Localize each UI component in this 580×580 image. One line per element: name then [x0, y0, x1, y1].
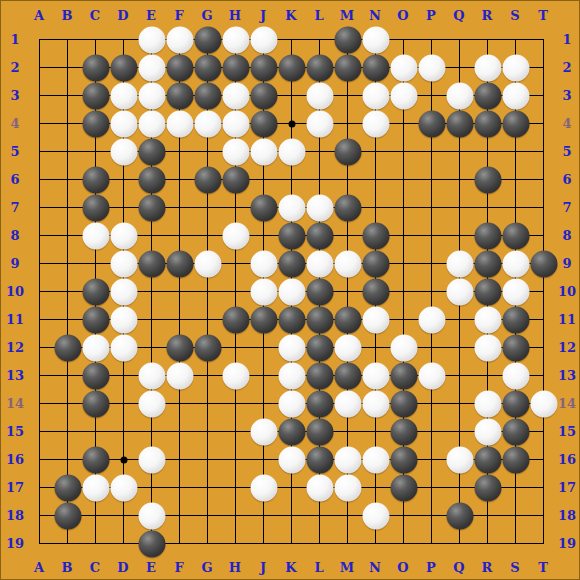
row-label-left: 8 — [10, 228, 19, 243]
black-stone-N8 — [362, 222, 389, 249]
row-label-right: 15 — [558, 424, 576, 439]
black-stone-C10 — [82, 278, 109, 305]
column-label-bottom: G — [201, 560, 212, 575]
black-stone-K15 — [278, 418, 305, 445]
grid-line-vertical — [543, 39, 544, 544]
column-label-bottom: H — [229, 560, 241, 575]
row-label-left: 1 — [10, 32, 19, 47]
column-label-bottom: O — [397, 560, 408, 575]
white-stone-F13 — [166, 362, 193, 389]
black-stone-R16 — [474, 446, 501, 473]
white-stone-D5 — [110, 138, 137, 165]
black-stone-M5 — [334, 138, 361, 165]
white-stone-M14 — [334, 390, 361, 417]
column-label-bottom: D — [117, 560, 128, 575]
white-stone-E4 — [138, 110, 165, 137]
white-stone-P2 — [418, 54, 445, 81]
black-stone-E6 — [138, 166, 165, 193]
row-label-right: 7 — [562, 200, 571, 215]
column-label-top: J — [260, 8, 266, 23]
black-stone-C14 — [82, 390, 109, 417]
column-label-top: N — [369, 8, 381, 23]
black-stone-G1 — [194, 26, 221, 53]
black-stone-F2 — [166, 54, 193, 81]
black-stone-R8 — [474, 222, 501, 249]
black-stone-M2 — [334, 54, 361, 81]
black-stone-C11 — [82, 306, 109, 333]
white-stone-H1 — [222, 26, 249, 53]
white-stone-E18 — [138, 502, 165, 529]
white-stone-N16 — [362, 446, 389, 473]
white-stone-L4 — [306, 110, 333, 137]
black-stone-G3 — [194, 82, 221, 109]
row-label-right: 9 — [562, 256, 571, 271]
row-label-right: 12 — [558, 340, 576, 355]
column-label-bottom: J — [260, 560, 266, 575]
white-stone-K10 — [278, 278, 305, 305]
row-label-right: 8 — [562, 228, 571, 243]
black-stone-G2 — [194, 54, 221, 81]
black-stone-C2 — [82, 54, 109, 81]
white-stone-C17 — [82, 474, 109, 501]
row-label-left: 2 — [10, 60, 19, 75]
row-label-right: 11 — [558, 312, 576, 327]
black-stone-S4 — [502, 110, 529, 137]
white-stone-D4 — [110, 110, 137, 137]
column-label-top: A — [34, 8, 44, 23]
black-stone-Q18 — [446, 502, 473, 529]
black-stone-B17 — [54, 474, 81, 501]
column-label-bottom: K — [285, 560, 296, 575]
white-stone-D3 — [110, 82, 137, 109]
column-label-bottom: C — [90, 560, 100, 575]
black-stone-L13 — [306, 362, 333, 389]
column-label-top: P — [426, 8, 436, 23]
black-stone-D2 — [110, 54, 137, 81]
row-label-left: 14 — [6, 396, 24, 411]
black-stone-J2 — [250, 54, 277, 81]
column-label-top: F — [174, 8, 183, 23]
column-label-bottom: S — [510, 560, 519, 575]
white-stone-M9 — [334, 250, 361, 277]
column-label-top: D — [117, 8, 128, 23]
white-stone-G9 — [194, 250, 221, 277]
row-label-right: 18 — [558, 508, 576, 523]
row-label-left: 15 — [6, 424, 24, 439]
black-stone-B12 — [54, 334, 81, 361]
white-stone-E16 — [138, 446, 165, 473]
column-label-top: G — [201, 8, 212, 23]
white-stone-C12 — [82, 334, 109, 361]
white-stone-G4 — [194, 110, 221, 137]
row-label-left: 5 — [10, 144, 19, 159]
black-stone-J7 — [250, 194, 277, 221]
white-stone-S3 — [502, 82, 529, 109]
row-label-left: 7 — [10, 200, 19, 215]
column-label-top: R — [482, 8, 493, 23]
black-stone-M11 — [334, 306, 361, 333]
go-board[interactable]: ABCDEFGHJKLMNOPQRST ABCDEFGHJKLMNOPQRST … — [0, 0, 580, 580]
white-stone-H3 — [222, 82, 249, 109]
white-stone-N11 — [362, 306, 389, 333]
row-label-left: 16 — [6, 452, 24, 467]
black-stone-L11 — [306, 306, 333, 333]
white-stone-F1 — [166, 26, 193, 53]
row-label-right: 16 — [558, 452, 576, 467]
white-stone-E3 — [138, 82, 165, 109]
black-stone-R9 — [474, 250, 501, 277]
black-stone-R4 — [474, 110, 501, 137]
black-stone-H2 — [222, 54, 249, 81]
black-stone-C3 — [82, 82, 109, 109]
column-label-top: E — [146, 8, 156, 23]
row-label-right: 17 — [558, 480, 576, 495]
column-label-bottom: E — [146, 560, 156, 575]
black-stone-N10 — [362, 278, 389, 305]
white-stone-K5 — [278, 138, 305, 165]
black-stone-C6 — [82, 166, 109, 193]
row-label-right: 13 — [558, 368, 576, 383]
column-label-bottom: B — [62, 560, 73, 575]
column-label-top: Q — [453, 8, 464, 23]
black-stone-K8 — [278, 222, 305, 249]
black-stone-O14 — [390, 390, 417, 417]
white-stone-L3 — [306, 82, 333, 109]
black-stone-K9 — [278, 250, 305, 277]
white-stone-J1 — [250, 26, 277, 53]
white-stone-T14 — [530, 390, 557, 417]
white-stone-N3 — [362, 82, 389, 109]
white-stone-Q10 — [446, 278, 473, 305]
row-label-right: 3 — [562, 88, 571, 103]
white-stone-N4 — [362, 110, 389, 137]
column-label-top: S — [510, 8, 519, 23]
row-label-left: 17 — [6, 480, 24, 495]
black-stone-H6 — [222, 166, 249, 193]
black-stone-C16 — [82, 446, 109, 473]
black-stone-S14 — [502, 390, 529, 417]
row-label-left: 4 — [10, 116, 19, 131]
white-stone-R11 — [474, 306, 501, 333]
black-stone-S15 — [502, 418, 529, 445]
white-stone-R12 — [474, 334, 501, 361]
row-label-left: 13 — [6, 368, 24, 383]
row-label-right: 19 — [558, 536, 576, 551]
black-stone-C7 — [82, 194, 109, 221]
white-stone-J9 — [250, 250, 277, 277]
white-stone-J17 — [250, 474, 277, 501]
white-stone-N14 — [362, 390, 389, 417]
row-label-left: 11 — [6, 312, 24, 327]
white-stone-H4 — [222, 110, 249, 137]
black-stone-O16 — [390, 446, 417, 473]
column-label-bottom: P — [426, 560, 436, 575]
white-stone-P13 — [418, 362, 445, 389]
white-stone-D12 — [110, 334, 137, 361]
black-stone-G12 — [194, 334, 221, 361]
black-stone-L15 — [306, 418, 333, 445]
black-stone-S8 — [502, 222, 529, 249]
hoshi-point — [288, 120, 295, 127]
white-stone-O3 — [390, 82, 417, 109]
column-label-top: T — [538, 8, 548, 23]
white-stone-K13 — [278, 362, 305, 389]
white-stone-Q16 — [446, 446, 473, 473]
column-label-top: H — [229, 8, 241, 23]
white-stone-F4 — [166, 110, 193, 137]
black-stone-E5 — [138, 138, 165, 165]
column-label-top: O — [397, 8, 408, 23]
black-stone-O17 — [390, 474, 417, 501]
white-stone-M12 — [334, 334, 361, 361]
row-label-left: 9 — [10, 256, 19, 271]
black-stone-G6 — [194, 166, 221, 193]
white-stone-J10 — [250, 278, 277, 305]
column-label-top: K — [285, 8, 296, 23]
white-stone-K12 — [278, 334, 305, 361]
column-label-bottom: T — [538, 560, 548, 575]
white-stone-C8 — [82, 222, 109, 249]
white-stone-D10 — [110, 278, 137, 305]
white-stone-E13 — [138, 362, 165, 389]
white-stone-E2 — [138, 54, 165, 81]
black-stone-N9 — [362, 250, 389, 277]
black-stone-R6 — [474, 166, 501, 193]
white-stone-H8 — [222, 222, 249, 249]
black-stone-L8 — [306, 222, 333, 249]
column-label-bottom: Q — [453, 560, 464, 575]
white-stone-L7 — [306, 194, 333, 221]
row-label-right: 4 — [562, 116, 571, 131]
black-stone-K11 — [278, 306, 305, 333]
white-stone-P11 — [418, 306, 445, 333]
row-label-left: 3 — [10, 88, 19, 103]
black-stone-S11 — [502, 306, 529, 333]
white-stone-H13 — [222, 362, 249, 389]
row-label-right: 6 — [562, 172, 571, 187]
white-stone-S2 — [502, 54, 529, 81]
black-stone-N2 — [362, 54, 389, 81]
black-stone-O13 — [390, 362, 417, 389]
white-stone-S13 — [502, 362, 529, 389]
row-label-left: 18 — [6, 508, 24, 523]
black-stone-R3 — [474, 82, 501, 109]
black-stone-F12 — [166, 334, 193, 361]
column-label-top: C — [90, 8, 100, 23]
white-stone-S9 — [502, 250, 529, 277]
black-stone-F3 — [166, 82, 193, 109]
black-stone-E19 — [138, 530, 165, 557]
white-stone-L9 — [306, 250, 333, 277]
row-label-right: 10 — [558, 284, 576, 299]
column-label-bottom: A — [34, 560, 44, 575]
black-stone-M13 — [334, 362, 361, 389]
row-label-left: 10 — [6, 284, 24, 299]
white-stone-J15 — [250, 418, 277, 445]
white-stone-D11 — [110, 306, 137, 333]
white-stone-R2 — [474, 54, 501, 81]
white-stone-R14 — [474, 390, 501, 417]
white-stone-H5 — [222, 138, 249, 165]
white-stone-Q9 — [446, 250, 473, 277]
black-stone-E7 — [138, 194, 165, 221]
white-stone-R15 — [474, 418, 501, 445]
white-stone-K14 — [278, 390, 305, 417]
black-stone-J4 — [250, 110, 277, 137]
column-label-bottom: M — [340, 560, 354, 575]
white-stone-D17 — [110, 474, 137, 501]
black-stone-B18 — [54, 502, 81, 529]
white-stone-Q3 — [446, 82, 473, 109]
black-stone-J11 — [250, 306, 277, 333]
column-label-top: L — [314, 8, 323, 23]
white-stone-N18 — [362, 502, 389, 529]
grid-line-horizontal — [39, 543, 544, 544]
column-label-bottom: F — [174, 560, 183, 575]
column-label-bottom: R — [482, 560, 493, 575]
row-label-left: 19 — [6, 536, 24, 551]
black-stone-S16 — [502, 446, 529, 473]
black-stone-L2 — [306, 54, 333, 81]
row-label-right: 1 — [562, 32, 571, 47]
black-stone-C4 — [82, 110, 109, 137]
row-label-right: 2 — [562, 60, 571, 75]
black-stone-P4 — [418, 110, 445, 137]
black-stone-E9 — [138, 250, 165, 277]
column-label-bottom: N — [369, 560, 381, 575]
black-stone-M7 — [334, 194, 361, 221]
white-stone-E1 — [138, 26, 165, 53]
white-stone-L17 — [306, 474, 333, 501]
black-stone-S12 — [502, 334, 529, 361]
white-stone-J5 — [250, 138, 277, 165]
white-stone-E14 — [138, 390, 165, 417]
black-stone-J3 — [250, 82, 277, 109]
black-stone-L10 — [306, 278, 333, 305]
white-stone-O12 — [390, 334, 417, 361]
white-stone-D9 — [110, 250, 137, 277]
row-label-left: 6 — [10, 172, 19, 187]
white-stone-M16 — [334, 446, 361, 473]
column-label-top: M — [340, 8, 354, 23]
black-stone-C13 — [82, 362, 109, 389]
white-stone-D8 — [110, 222, 137, 249]
black-stone-K2 — [278, 54, 305, 81]
row-label-right: 5 — [562, 144, 571, 159]
black-stone-O15 — [390, 418, 417, 445]
row-label-right: 14 — [558, 396, 576, 411]
column-label-bottom: L — [314, 560, 323, 575]
white-stone-O2 — [390, 54, 417, 81]
black-stone-L14 — [306, 390, 333, 417]
black-stone-L16 — [306, 446, 333, 473]
white-stone-M17 — [334, 474, 361, 501]
row-label-left: 12 — [6, 340, 24, 355]
black-stone-T9 — [530, 250, 557, 277]
hoshi-point — [120, 456, 127, 463]
black-stone-Q4 — [446, 110, 473, 137]
white-stone-N13 — [362, 362, 389, 389]
white-stone-N1 — [362, 26, 389, 53]
black-stone-R17 — [474, 474, 501, 501]
column-label-top: B — [62, 8, 73, 23]
white-stone-S10 — [502, 278, 529, 305]
white-stone-K7 — [278, 194, 305, 221]
black-stone-M1 — [334, 26, 361, 53]
black-stone-R10 — [474, 278, 501, 305]
black-stone-F9 — [166, 250, 193, 277]
black-stone-H11 — [222, 306, 249, 333]
white-stone-K16 — [278, 446, 305, 473]
black-stone-L12 — [306, 334, 333, 361]
